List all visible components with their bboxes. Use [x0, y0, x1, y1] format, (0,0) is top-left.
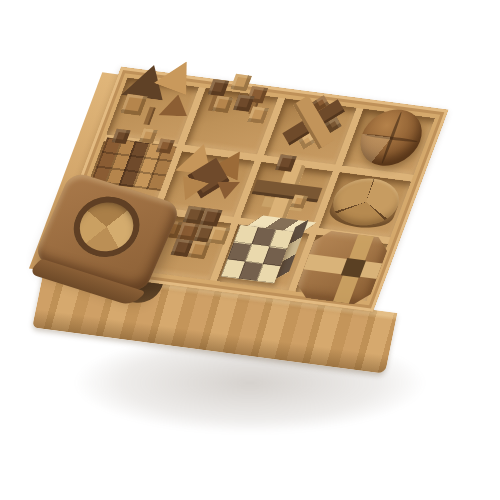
- photo-scene: [0, 0, 500, 500]
- triangle-piece: [158, 94, 192, 116]
- cube-piece: [208, 79, 230, 96]
- beveled-cube-body: [293, 229, 392, 306]
- cube-piece: [121, 94, 148, 116]
- ball-piece: [352, 106, 430, 169]
- cube-piece: [139, 128, 158, 143]
- compartment-r1c4: [342, 109, 435, 175]
- cube-piece: [290, 194, 308, 208]
- round-hole: [64, 189, 150, 265]
- puzzle-tray: [48, 62, 437, 411]
- cylinder-puzzle: [319, 172, 412, 238]
- triangle-piece: [154, 56, 203, 95]
- ball-puzzle: [342, 109, 435, 175]
- beveled-cube-burr-puzzle: [295, 235, 388, 301]
- cube-piece: [231, 74, 253, 91]
- post-piece: [143, 107, 155, 125]
- checkerboard-snake-cube-puzzle: [216, 225, 309, 291]
- compartment-r2c4: [319, 172, 412, 238]
- compartment-r3c4: [295, 235, 388, 301]
- compartment-r3c3: [216, 225, 309, 291]
- compartment-r2c3: [240, 161, 333, 227]
- step-cubes-puzzle: [185, 88, 278, 154]
- cross-burr-puzzle: [240, 161, 333, 227]
- compartment-r1c2: [185, 88, 278, 154]
- ball-highlight: [352, 106, 430, 169]
- burr-knot-puzzle: [271, 82, 355, 164]
- compartment-r1c3: [264, 98, 357, 164]
